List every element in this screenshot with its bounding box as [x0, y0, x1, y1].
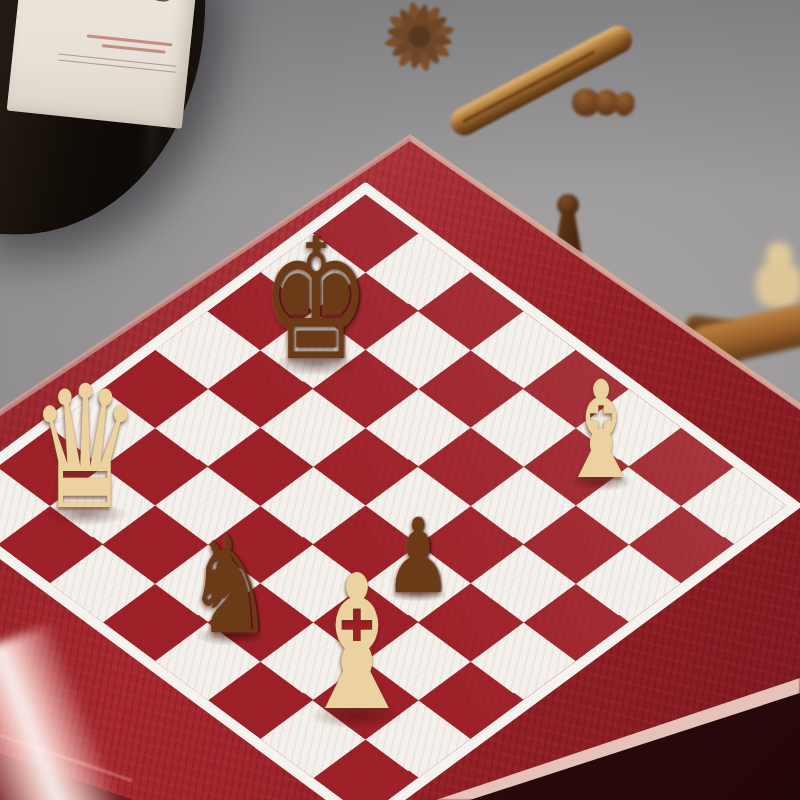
chess-piece-dark-king-b3[interactable]: ♚	[261, 216, 371, 384]
star-anise	[360, 0, 480, 94]
wine-bottle-label: CO	[7, 0, 198, 129]
queen-glyph: ♛	[29, 364, 141, 534]
label-rule	[58, 60, 175, 73]
bishop-glyph: ♝	[296, 551, 418, 737]
king-glyph: ♚	[261, 216, 371, 384]
wine-label-text: CO	[112, 0, 184, 11]
chess-piece-dark-knight-d7[interactable]: ♞	[186, 519, 274, 653]
label-small-print-line	[102, 44, 166, 54]
bishop-glyph: ♝	[557, 364, 645, 498]
label-small-print-line	[87, 34, 173, 46]
product-photo-scene: CO	[0, 0, 800, 800]
off-board-light-piece-blurred	[754, 242, 800, 308]
chess-piece-light-bishop-f7[interactable]: ♝	[296, 551, 418, 737]
knight-glyph: ♞	[186, 519, 274, 653]
fallen-wooden-piece	[567, 72, 649, 138]
chess-piece-light-bishop-f2[interactable]: ♝	[557, 364, 645, 498]
chess-piece-light-queen-b7[interactable]: ♛	[29, 364, 141, 534]
